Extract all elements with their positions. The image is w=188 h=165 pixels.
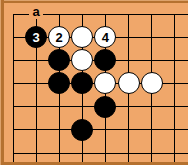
white-stone — [71, 49, 93, 71]
point-label-a: a — [29, 4, 42, 19]
black-stone — [48, 49, 70, 71]
move-number-label: 2 — [56, 31, 63, 44]
white-stone — [118, 72, 140, 94]
black-stone — [71, 119, 93, 141]
black-stone — [48, 72, 70, 94]
black-stone — [94, 96, 116, 118]
move-number-label: 3 — [32, 31, 39, 44]
white-stone — [71, 26, 93, 48]
go-board-grid: 324a — [1, 2, 186, 164]
white-stone — [141, 72, 163, 94]
white-stone — [94, 72, 116, 94]
white-stone-move-2: 2 — [48, 26, 70, 48]
black-stone-move-3: 3 — [25, 26, 47, 48]
move-number-label: 4 — [102, 31, 109, 44]
black-stone — [94, 49, 116, 71]
black-stone — [71, 72, 93, 94]
go-board-diagram: 324a — [0, 0, 188, 165]
white-stone-move-4: 4 — [94, 26, 116, 48]
